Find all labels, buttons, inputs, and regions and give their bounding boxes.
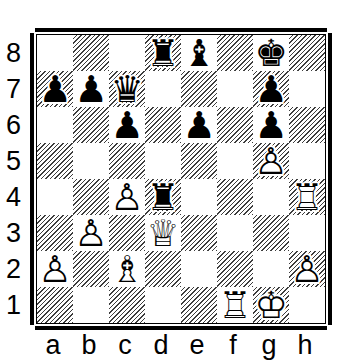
piece-glyph-halo: ♜ <box>145 179 181 215</box>
piece-glyph-halo: ♜ <box>289 179 325 215</box>
square-d6[interactable] <box>145 107 181 143</box>
square-e7[interactable] <box>181 71 217 107</box>
piece-glyph: ♜ <box>145 35 181 71</box>
piece-glyph: ♟ <box>253 107 289 143</box>
square-g8[interactable]: ♚♚ <box>253 35 289 71</box>
square-f6[interactable] <box>217 107 253 143</box>
piece-glyph: ♝ <box>181 35 217 71</box>
piece-glyph-halo: ♟ <box>73 215 109 251</box>
rank-label-3: 3 <box>0 215 27 251</box>
square-e2[interactable] <box>181 251 217 287</box>
piece-bP-e6[interactable]: ♟♟ <box>181 107 217 143</box>
piece-bB-e8[interactable]: ♝♝ <box>181 35 217 71</box>
square-e1[interactable] <box>181 287 217 323</box>
piece-glyph: ♔ <box>253 287 289 323</box>
piece-glyph-halo: ♟ <box>253 107 289 143</box>
piece-glyph: ♜ <box>145 179 181 215</box>
square-b3[interactable]: ♟♙ <box>73 215 109 251</box>
square-c5[interactable] <box>109 143 145 179</box>
square-f2[interactable] <box>217 251 253 287</box>
file-label-g: g <box>251 330 287 360</box>
piece-glyph: ♖ <box>289 179 325 215</box>
square-h3[interactable] <box>289 215 325 251</box>
square-e8[interactable]: ♝♝ <box>181 35 217 71</box>
rank-label-8: 8 <box>0 35 27 71</box>
piece-glyph-halo: ♟ <box>37 71 73 107</box>
piece-wB-c2[interactable]: ♝♗ <box>109 251 145 287</box>
board-frame: ♜♜♝♝♚♚♟♟♟♟♛♛♟♟♟♟♟♟♟♟♟♙♟♙♜♜♜♖♟♙♛♕♟♙♝♗♟♙♜♖… <box>30 28 332 330</box>
square-f7[interactable] <box>217 71 253 107</box>
square-a2[interactable]: ♟♙ <box>37 251 73 287</box>
rank-label-5: 5 <box>0 143 27 179</box>
piece-glyph: ♕ <box>145 215 181 251</box>
piece-wP-b3[interactable]: ♟♙ <box>73 215 109 251</box>
square-d8[interactable]: ♜♜ <box>145 35 181 71</box>
square-f4[interactable] <box>217 179 253 215</box>
piece-wQ-d3[interactable]: ♛♕ <box>145 215 181 251</box>
square-h2[interactable]: ♟♙ <box>289 251 325 287</box>
square-c4[interactable]: ♟♙ <box>109 179 145 215</box>
piece-glyph-halo: ♛ <box>145 215 181 251</box>
square-c7[interactable]: ♛♛ <box>109 71 145 107</box>
piece-glyph: ♙ <box>73 215 109 251</box>
piece-glyph: ♟ <box>109 107 145 143</box>
piece-glyph: ♙ <box>109 179 145 215</box>
square-d1[interactable] <box>145 287 181 323</box>
piece-glyph-halo: ♟ <box>181 107 217 143</box>
rank-label-4: 4 <box>0 179 27 215</box>
piece-glyph: ♛ <box>109 71 145 107</box>
piece-bP-g6[interactable]: ♟♟ <box>253 107 289 143</box>
square-f5[interactable] <box>217 143 253 179</box>
piece-bR-d8[interactable]: ♜♜ <box>145 35 181 71</box>
square-d5[interactable] <box>145 143 181 179</box>
piece-glyph-halo: ♟ <box>37 251 73 287</box>
square-g6[interactable]: ♟♟ <box>253 107 289 143</box>
piece-wP-h2[interactable]: ♟♙ <box>289 251 325 287</box>
square-h7[interactable] <box>289 71 325 107</box>
piece-bR-d4[interactable]: ♜♜ <box>145 179 181 215</box>
square-c8[interactable] <box>109 35 145 71</box>
piece-glyph: ♙ <box>289 251 325 287</box>
piece-wR-h4[interactable]: ♜♖ <box>289 179 325 215</box>
piece-glyph-halo: ♝ <box>181 35 217 71</box>
square-a3[interactable] <box>37 215 73 251</box>
square-g1[interactable]: ♚♔ <box>253 287 289 323</box>
piece-glyph: ♟ <box>181 107 217 143</box>
square-f8[interactable] <box>217 35 253 71</box>
file-label-f: f <box>215 330 251 360</box>
piece-glyph-halo: ♟ <box>73 71 109 107</box>
square-g5[interactable]: ♟♙ <box>253 143 289 179</box>
square-d7[interactable] <box>145 71 181 107</box>
piece-glyph-halo: ♜ <box>145 35 181 71</box>
square-d2[interactable] <box>145 251 181 287</box>
square-f3[interactable] <box>217 215 253 251</box>
file-labels: abcdefgh <box>35 330 323 360</box>
piece-bQ-c7[interactable]: ♛♛ <box>109 71 145 107</box>
chess-diagram: 87654321 ♜♜♝♝♚♚♟♟♟♟♛♛♟♟♟♟♟♟♟♟♟♙♟♙♜♜♜♖♟♙♛… <box>0 0 360 360</box>
square-g2[interactable] <box>253 251 289 287</box>
frame-corner-notch <box>327 28 332 33</box>
file-label-c: c <box>107 330 143 360</box>
piece-glyph-halo: ♚ <box>253 35 289 71</box>
piece-wP-c4[interactable]: ♟♙ <box>109 179 145 215</box>
piece-glyph-halo: ♝ <box>109 251 145 287</box>
square-b7[interactable]: ♟♟ <box>73 71 109 107</box>
file-label-h: h <box>287 330 323 360</box>
piece-glyph-halo: ♜ <box>217 287 253 323</box>
piece-glyph: ♟ <box>253 71 289 107</box>
piece-bP-c6[interactable]: ♟♟ <box>109 107 145 143</box>
square-b5[interactable] <box>73 143 109 179</box>
square-b4[interactable] <box>73 179 109 215</box>
square-a1[interactable] <box>37 287 73 323</box>
piece-glyph: ♗ <box>109 251 145 287</box>
piece-glyph-halo: ♚ <box>253 287 289 323</box>
rank-label-2: 2 <box>0 251 27 287</box>
square-c3[interactable] <box>109 215 145 251</box>
square-a7[interactable]: ♟♟ <box>37 71 73 107</box>
piece-bP-a7[interactable]: ♟♟ <box>37 71 73 107</box>
square-a8[interactable] <box>37 35 73 71</box>
square-e3[interactable] <box>181 215 217 251</box>
piece-wK-g1[interactable]: ♚♔ <box>253 287 289 323</box>
piece-glyph-halo: ♟ <box>253 71 289 107</box>
piece-glyph-halo: ♛ <box>109 71 145 107</box>
square-g4[interactable] <box>253 179 289 215</box>
piece-glyph: ♟ <box>73 71 109 107</box>
piece-glyph-halo: ♟ <box>109 107 145 143</box>
square-f1[interactable]: ♜♖ <box>217 287 253 323</box>
square-b6[interactable] <box>73 107 109 143</box>
square-h8[interactable] <box>289 35 325 71</box>
square-a6[interactable] <box>37 107 73 143</box>
piece-wR-f1[interactable]: ♜♖ <box>217 287 253 323</box>
piece-glyph: ♖ <box>217 287 253 323</box>
piece-glyph-halo: ♟ <box>289 251 325 287</box>
square-e6[interactable]: ♟♟ <box>181 107 217 143</box>
file-label-a: a <box>35 330 71 360</box>
piece-glyph: ♚ <box>253 35 289 71</box>
file-label-d: d <box>143 330 179 360</box>
rank-label-6: 6 <box>0 107 27 143</box>
square-b1[interactable] <box>73 287 109 323</box>
piece-wP-a2[interactable]: ♟♙ <box>37 251 73 287</box>
frame-corner-notch <box>327 325 332 330</box>
square-e5[interactable] <box>181 143 217 179</box>
square-b2[interactable] <box>73 251 109 287</box>
square-h4[interactable]: ♜♖ <box>289 179 325 215</box>
square-e4[interactable] <box>181 179 217 215</box>
piece-glyph: ♙ <box>37 251 73 287</box>
square-d4[interactable]: ♜♜ <box>145 179 181 215</box>
square-g7[interactable]: ♟♟ <box>253 71 289 107</box>
square-a4[interactable] <box>37 179 73 215</box>
square-d3[interactable]: ♛♕ <box>145 215 181 251</box>
piece-bK-g8[interactable]: ♚♚ <box>253 35 289 71</box>
square-c6[interactable]: ♟♟ <box>109 107 145 143</box>
square-h1[interactable] <box>289 287 325 323</box>
rank-labels: 87654321 <box>0 35 27 323</box>
rank-label-7: 7 <box>0 71 27 107</box>
piece-glyph-halo: ♟ <box>253 143 289 179</box>
piece-glyph: ♟ <box>37 71 73 107</box>
square-g3[interactable] <box>253 215 289 251</box>
square-b8[interactable] <box>73 35 109 71</box>
piece-glyph: ♙ <box>253 143 289 179</box>
square-c1[interactable] <box>109 287 145 323</box>
piece-bP-g7[interactable]: ♟♟ <box>253 71 289 107</box>
piece-bP-b7[interactable]: ♟♟ <box>73 71 109 107</box>
rank-label-1: 1 <box>0 287 27 323</box>
frame-corner-notch <box>30 28 35 33</box>
piece-glyph-halo: ♟ <box>109 179 145 215</box>
file-label-e: e <box>179 330 215 360</box>
square-c2[interactable]: ♝♗ <box>109 251 145 287</box>
board-grid: ♜♜♝♝♚♚♟♟♟♟♛♛♟♟♟♟♟♟♟♟♟♙♟♙♜♜♜♖♟♙♛♕♟♙♝♗♟♙♜♖… <box>36 34 326 324</box>
square-h6[interactable] <box>289 107 325 143</box>
square-h5[interactable] <box>289 143 325 179</box>
file-label-b: b <box>71 330 107 360</box>
piece-wP-g5[interactable]: ♟♙ <box>253 143 289 179</box>
square-a5[interactable] <box>37 143 73 179</box>
